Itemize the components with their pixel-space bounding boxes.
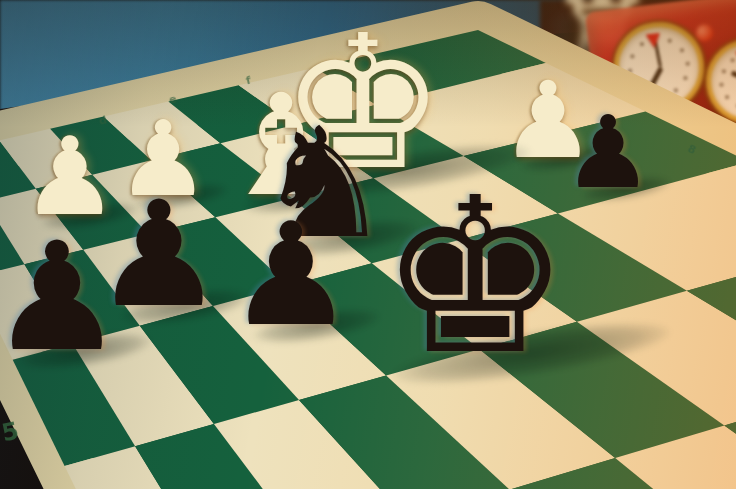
chess-photo-scene: { "game": { "name": "chess", "scene": "P… — [0, 0, 736, 489]
piece-bK-e4[interactable]: ♚ — [368, 169, 583, 384]
piece-glyph: ♟ — [0, 222, 132, 372]
piece-bP-b4[interactable]: ♟ — [0, 222, 132, 372]
piece-bP-d4[interactable]: ♟ — [220, 204, 362, 346]
piece-glyph: ♟ — [220, 204, 362, 346]
piece-glyph: ♚ — [368, 169, 583, 384]
